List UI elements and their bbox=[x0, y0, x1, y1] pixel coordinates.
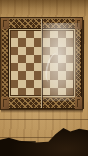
square-b1 bbox=[18, 88, 26, 96]
square-g2 bbox=[58, 80, 66, 88]
board-side-edge bbox=[82, 20, 84, 109]
square-h6 bbox=[66, 47, 74, 55]
square-a1 bbox=[10, 88, 18, 96]
square-h8 bbox=[66, 30, 74, 38]
square-f1 bbox=[50, 88, 58, 96]
square-f2 bbox=[50, 80, 58, 88]
square-b8 bbox=[18, 30, 26, 38]
square-e3 bbox=[42, 71, 50, 79]
square-e7 bbox=[42, 38, 50, 46]
square-c2 bbox=[26, 80, 34, 88]
square-g8 bbox=[58, 30, 66, 38]
square-b3 bbox=[18, 71, 26, 79]
board-corner-top-left bbox=[1, 18, 9, 29]
square-e2 bbox=[42, 80, 50, 88]
square-c7 bbox=[26, 38, 34, 46]
square-c6 bbox=[26, 47, 34, 55]
square-f4 bbox=[50, 63, 58, 71]
carved-border-left bbox=[1, 29, 9, 97]
square-b2 bbox=[18, 80, 26, 88]
square-f3 bbox=[50, 71, 58, 79]
square-c1 bbox=[26, 88, 34, 96]
square-c5 bbox=[26, 55, 34, 63]
square-a7 bbox=[10, 38, 18, 46]
board-fold-seam bbox=[41, 19, 43, 108]
square-g6 bbox=[58, 47, 66, 55]
square-a2 bbox=[10, 80, 18, 88]
square-h5 bbox=[66, 55, 74, 63]
square-b7 bbox=[18, 38, 26, 46]
square-h1 bbox=[66, 88, 74, 96]
square-a5 bbox=[10, 55, 18, 63]
board-corner-top-right bbox=[75, 18, 82, 29]
square-c4 bbox=[26, 63, 34, 71]
square-e1 bbox=[42, 88, 50, 96]
square-g7 bbox=[58, 38, 66, 46]
square-h3 bbox=[66, 71, 74, 79]
square-a3 bbox=[10, 71, 18, 79]
square-h7 bbox=[66, 38, 74, 46]
square-a6 bbox=[10, 47, 18, 55]
square-e5 bbox=[42, 55, 50, 63]
chess-board bbox=[1, 18, 82, 109]
square-f8 bbox=[50, 30, 58, 38]
square-e8 bbox=[42, 30, 50, 38]
square-b4 bbox=[18, 63, 26, 71]
square-c3 bbox=[26, 71, 34, 79]
square-g4 bbox=[58, 63, 66, 71]
square-b6 bbox=[18, 47, 26, 55]
square-a8 bbox=[10, 30, 18, 38]
shadow-object bbox=[2, 141, 36, 143]
board-corner-bottom-right bbox=[75, 97, 82, 109]
square-h4 bbox=[66, 63, 74, 71]
square-f7 bbox=[50, 38, 58, 46]
square-e6 bbox=[42, 47, 50, 55]
square-b5 bbox=[18, 55, 26, 63]
carved-border-right bbox=[75, 29, 82, 97]
square-c8 bbox=[26, 30, 34, 38]
floor-plank-seam bbox=[0, 119, 88, 120]
square-a4 bbox=[10, 63, 18, 71]
square-g1 bbox=[58, 88, 66, 96]
board-corner-bottom-left bbox=[1, 97, 9, 109]
square-e4 bbox=[42, 63, 50, 71]
square-g3 bbox=[58, 71, 66, 79]
square-f6 bbox=[50, 47, 58, 55]
square-h2 bbox=[66, 80, 74, 88]
photo-of-chessboard bbox=[0, 0, 88, 156]
square-f5 bbox=[50, 55, 58, 63]
square-g5 bbox=[58, 55, 66, 63]
